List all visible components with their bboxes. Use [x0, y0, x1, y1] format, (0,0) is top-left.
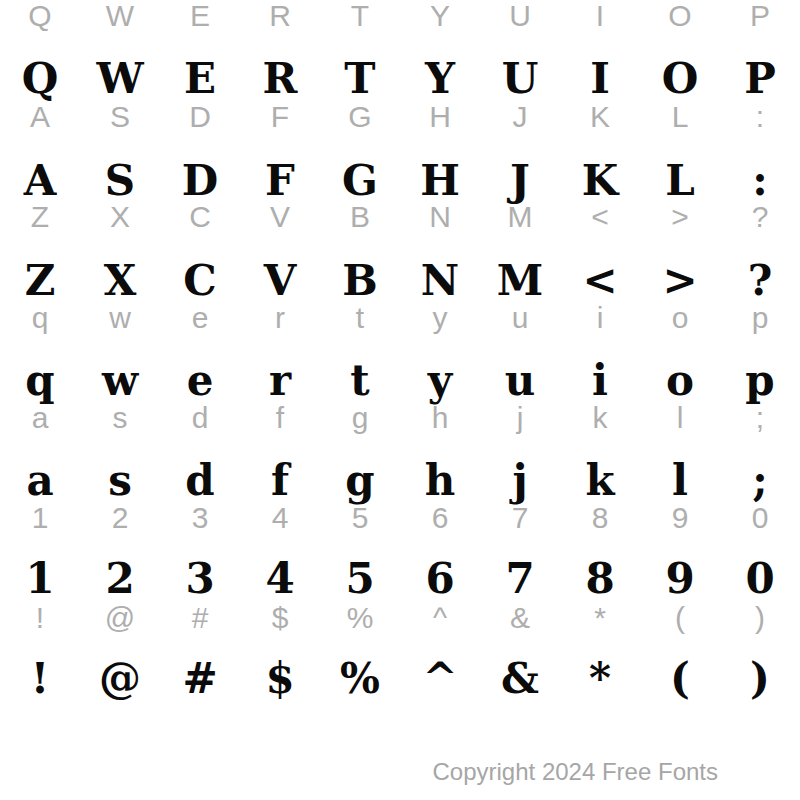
glyph-cell: d: [192, 401, 209, 435]
glyph-cell: H: [420, 156, 460, 205]
glyph-cell: V: [270, 200, 290, 234]
glyph-cell: %: [347, 601, 374, 635]
glyph-cell: M: [508, 200, 533, 234]
glyph-cell: 3: [185, 554, 214, 603]
glyph-cell: O: [668, 0, 691, 33]
glyph-cell: <: [582, 256, 617, 305]
glyph-cell: Y: [430, 0, 450, 33]
glyph-cell: k: [585, 456, 614, 505]
glyph-cell: ?: [752, 200, 769, 234]
glyph-cell: D: [189, 100, 211, 134]
glyph-cell: I: [596, 0, 604, 33]
glyph-cell: S: [110, 100, 130, 134]
glyph-cell: e: [187, 356, 214, 405]
glyph-cell: X: [110, 200, 130, 234]
glyph-cell: t: [356, 301, 364, 335]
glyph-cell: 9: [665, 554, 694, 603]
glyph-cell: ): [750, 654, 770, 703]
glyph-cell: g: [352, 401, 369, 435]
glyph-cell: 2: [112, 501, 129, 535]
glyph-cell: $: [272, 601, 289, 635]
glyph-cell: I: [590, 54, 610, 103]
glyph-cell: *: [589, 654, 611, 703]
glyph-cell: 7: [512, 501, 529, 535]
specimen-row-2: ASDFGHJKL:: [0, 156, 800, 205]
glyph-cell: !: [36, 601, 44, 635]
glyph-cell: 1: [25, 554, 54, 603]
glyph-cell: p: [745, 356, 774, 405]
glyph-cell: q: [25, 356, 54, 405]
glyph-cell: 2: [105, 554, 134, 603]
specimen-row-1: QWERTYUIOP: [0, 54, 800, 103]
glyph-cell: l: [677, 401, 684, 435]
glyph-cell: 6: [425, 554, 454, 603]
glyph-cell: ;: [756, 401, 764, 435]
reference-row-2: ASDFGHJKL:: [0, 100, 800, 134]
glyph-cell: r: [275, 301, 285, 335]
glyph-cell: C: [189, 200, 211, 234]
glyph-cell: $: [265, 654, 294, 703]
glyph-cell: i: [592, 356, 608, 405]
glyph-cell: N: [421, 256, 459, 305]
glyph-cell: y: [433, 301, 448, 335]
glyph-cell: R: [263, 54, 298, 103]
specimen-row-7: !@#$%^&*(): [0, 654, 800, 703]
glyph-cell: ?: [748, 256, 773, 305]
glyph-cell: e: [192, 301, 209, 335]
glyph-cell: H: [429, 100, 451, 134]
glyph-cell: Q: [22, 54, 59, 103]
glyph-cell: 7: [505, 554, 534, 603]
glyph-cell: q: [32, 301, 49, 335]
glyph-cell: A: [30, 100, 50, 134]
glyph-cell: 0: [745, 554, 774, 603]
specimen-row-5: asdfghjkl;: [0, 456, 800, 505]
glyph-cell: G: [348, 100, 371, 134]
glyph-cell: t: [350, 356, 369, 405]
glyph-cell: p: [752, 301, 769, 335]
glyph-cell: h: [425, 456, 456, 505]
glyph-cell: :: [752, 156, 768, 205]
specimen-row-4: qwertyuiop: [0, 356, 800, 405]
glyph-cell: Z: [25, 256, 56, 305]
glyph-cell: B: [350, 200, 370, 234]
glyph-cell: 1: [32, 501, 49, 535]
glyph-cell: %: [340, 654, 380, 703]
glyph-cell: P: [744, 54, 776, 103]
glyph-cell: 0: [752, 501, 769, 535]
glyph-cell: 9: [672, 501, 689, 535]
glyph-cell: ): [755, 601, 765, 635]
reference-row-5: asdfghjkl;: [0, 401, 800, 435]
glyph-cell: D: [182, 156, 218, 205]
glyph-cell: 8: [585, 554, 614, 603]
font-preview-page: QWERTYUIOPQWERTYUIOPASDFGHJKL:ASDFGHJKL:…: [0, 0, 800, 800]
glyph-cell: P: [750, 0, 770, 33]
glyph-cell: M: [497, 256, 544, 305]
glyph-cell: 4: [265, 554, 294, 603]
copyright-text: Copyright 2024 Free Fonts: [433, 758, 718, 786]
glyph-cell: d: [185, 456, 214, 505]
glyph-cell: X: [104, 256, 137, 305]
glyph-cell: A: [24, 156, 57, 205]
glyph-cell: f: [276, 401, 284, 435]
glyph-cell: U: [502, 54, 539, 103]
glyph-cell: F: [265, 156, 295, 205]
specimen-row-3: ZXCVBNM<>?: [0, 256, 800, 305]
glyph-cell: ;: [752, 456, 768, 505]
reference-row-1: QWERTYUIOP: [0, 0, 800, 33]
glyph-cell: L: [672, 100, 689, 134]
glyph-cell: @: [105, 601, 135, 635]
glyph-cell: f: [271, 456, 289, 505]
reference-row-3: ZXCVBNM<>?: [0, 200, 800, 234]
glyph-cell: @: [99, 654, 141, 703]
glyph-cell: !: [31, 654, 49, 703]
glyph-cell: W: [96, 54, 143, 103]
glyph-cell: F: [271, 100, 289, 134]
glyph-cell: Y: [425, 54, 455, 103]
reference-row-7: !@#$%^&*(): [0, 601, 800, 635]
glyph-cell: (: [675, 601, 685, 635]
glyph-cell: #: [182, 654, 217, 703]
glyph-cell: o: [666, 356, 694, 405]
glyph-cell: k: [593, 401, 608, 435]
glyph-cell: N: [429, 200, 451, 234]
glyph-cell: s: [108, 456, 132, 505]
glyph-cell: #: [192, 601, 209, 635]
glyph-cell: h: [432, 401, 449, 435]
glyph-cell: a: [32, 401, 49, 435]
glyph-cell: w: [102, 356, 138, 405]
glyph-cell: J: [513, 100, 528, 134]
glyph-cell: 6: [432, 501, 449, 535]
glyph-cell: ^: [422, 654, 457, 703]
glyph-cell: U: [509, 0, 531, 33]
glyph-cell: ^: [433, 601, 447, 635]
glyph-cell: >: [662, 256, 697, 305]
glyph-cell: *: [594, 601, 606, 635]
glyph-cell: T: [344, 54, 375, 103]
glyph-cell: 5: [345, 554, 374, 603]
glyph-cell: V: [264, 256, 297, 305]
glyph-cell: T: [351, 0, 369, 33]
glyph-cell: S: [105, 156, 135, 205]
glyph-cell: B: [342, 256, 378, 305]
glyph-cell: (: [670, 654, 690, 703]
glyph-cell: &: [501, 654, 539, 703]
glyph-cell: 8: [592, 501, 609, 535]
glyph-cell: E: [190, 0, 210, 33]
glyph-cell: o: [672, 301, 689, 335]
glyph-cell: >: [671, 200, 689, 234]
glyph-cell: u: [512, 301, 529, 335]
specimen-row-6: 1234567890: [0, 554, 800, 603]
glyph-cell: C: [183, 256, 216, 305]
glyph-cell: K: [590, 100, 610, 134]
glyph-cell: Z: [31, 200, 49, 234]
glyph-cell: w: [109, 301, 131, 335]
glyph-cell: j: [512, 456, 527, 505]
glyph-cell: O: [662, 54, 699, 103]
glyph-cell: E: [184, 54, 216, 103]
glyph-cell: J: [510, 156, 530, 205]
reference-row-4: qwertyuiop: [0, 301, 800, 335]
glyph-cell: 5: [352, 501, 369, 535]
glyph-cell: l: [672, 456, 688, 505]
glyph-cell: 3: [192, 501, 209, 535]
glyph-cell: R: [269, 0, 291, 33]
glyph-cell: 4: [272, 501, 289, 535]
glyph-cell: y: [428, 356, 452, 405]
glyph-cell: W: [106, 0, 134, 33]
glyph-cell: u: [505, 356, 536, 405]
glyph-cell: K: [582, 156, 619, 205]
glyph-cell: L: [665, 156, 695, 205]
glyph-cell: G: [342, 156, 378, 205]
glyph-cell: &: [510, 601, 530, 635]
glyph-cell: s: [113, 401, 128, 435]
reference-row-6: 1234567890: [0, 501, 800, 535]
glyph-cell: a: [26, 456, 53, 505]
glyph-cell: r: [269, 356, 291, 405]
glyph-cell: :: [756, 100, 764, 134]
glyph-cell: j: [517, 401, 524, 435]
glyph-cell: Q: [28, 0, 51, 33]
glyph-cell: <: [591, 200, 609, 234]
glyph-cell: i: [597, 301, 604, 335]
glyph-cell: g: [345, 456, 374, 505]
